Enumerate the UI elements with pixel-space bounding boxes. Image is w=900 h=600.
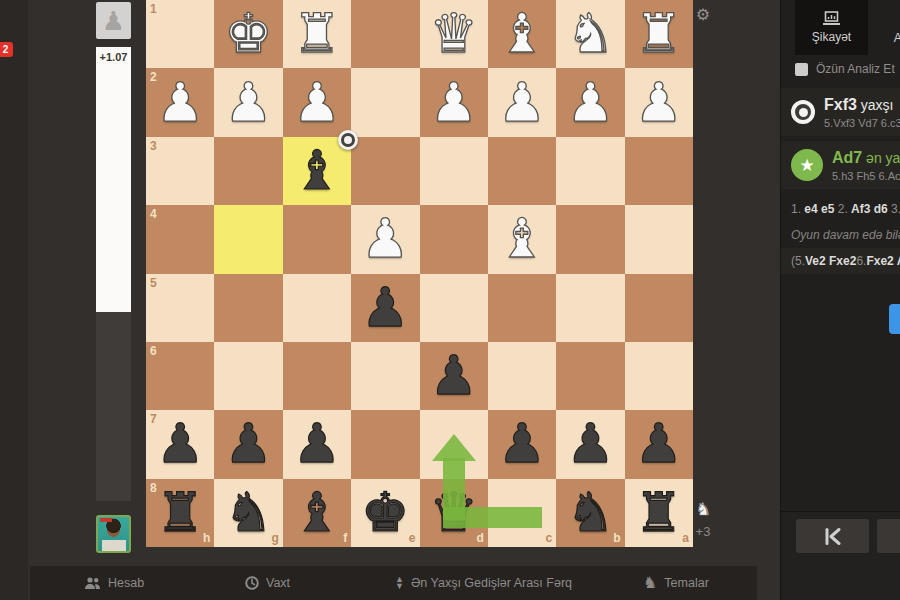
- square-g7[interactable]: ♟: [214, 410, 282, 478]
- toolbar-item-account[interactable]: Hesab: [84, 566, 144, 600]
- continue-button[interactable]: [889, 304, 900, 334]
- piece-white-pawn[interactable]: ♟: [293, 76, 341, 130]
- square-c1[interactable]: ♝: [488, 0, 556, 68]
- square-b1[interactable]: ♞: [556, 0, 624, 68]
- square-g3[interactable]: [214, 137, 282, 205]
- game-review-screen: 2 ♟ +1.07 1♚♜♛♝♞♜2♟♟♟♟♟♟♟3♝4♟♝5♟6♟7♟♟♟♟♟…: [0, 0, 900, 600]
- toolbar-label-best-move-gap: Ən Yaxşı Gedişlər Arası Fərq: [411, 576, 572, 590]
- piece-black-king[interactable]: ♚: [361, 486, 409, 540]
- best-move-arrow-head: [432, 434, 476, 461]
- file-label-c: c: [546, 531, 553, 545]
- square-f4[interactable]: [283, 205, 351, 273]
- tab-report[interactable]: Şikayət: [795, 0, 868, 55]
- tab-analysis-label: Analiz: [894, 31, 900, 45]
- square-f7[interactable]: ♟: [283, 410, 351, 478]
- evaluation-bar: +1.07: [96, 47, 131, 501]
- square-a5[interactable]: [625, 274, 693, 342]
- square-h8[interactable]: 8h♜: [146, 479, 214, 547]
- captured-knight-icon: ♞: [692, 499, 714, 519]
- skip-to-start-icon: [823, 528, 843, 545]
- square-a2[interactable]: ♟: [625, 68, 693, 136]
- played-move-line: 5.Vxf3 Vd7 6.c3: [824, 117, 900, 129]
- square-a6[interactable]: [625, 342, 693, 410]
- piece-white-pawn[interactable]: ♟: [635, 76, 683, 130]
- tab-analysis[interactable]: Analiz: [875, 0, 900, 55]
- evaluation-score: +1.07: [96, 51, 131, 63]
- square-c3[interactable]: [488, 137, 556, 205]
- rank-label-8: 8: [150, 481, 157, 495]
- played-move-row[interactable]: Fxf3 yaxşı 5.Vxf3 Vd7 6.c3: [781, 88, 900, 136]
- game-move-list[interactable]: 1. e4 e5 2. Af3 d6 3. F: [791, 202, 900, 216]
- square-h1[interactable]: 1: [146, 0, 214, 68]
- square-b6[interactable]: [556, 342, 624, 410]
- square-b7[interactable]: ♟: [556, 410, 624, 478]
- file-label-a: a: [682, 531, 689, 545]
- people-icon: [84, 577, 101, 589]
- square-e6[interactable]: [351, 342, 419, 410]
- square-g5[interactable]: [214, 274, 282, 342]
- piece-white-bishop[interactable]: ♝: [498, 7, 546, 61]
- square-f2[interactable]: ♟: [283, 68, 351, 136]
- played-move-qualifier: yaxşı: [857, 97, 894, 113]
- square-h3[interactable]: 3: [146, 137, 214, 205]
- square-e2[interactable]: [351, 68, 419, 136]
- back-one-move-button[interactable]: [877, 519, 900, 553]
- piece-black-pawn[interactable]: ♟: [635, 417, 683, 471]
- square-f1[interactable]: ♜: [283, 0, 351, 68]
- toolbar-label-account: Hesab: [108, 576, 144, 590]
- square-e8[interactable]: e♚: [351, 479, 419, 547]
- self-analysis-label: Özün Analiz Et: [816, 62, 895, 76]
- piece-black-pawn[interactable]: ♟: [156, 417, 204, 471]
- piece-black-rook[interactable]: ♜: [156, 486, 204, 540]
- file-label-b: b: [613, 531, 620, 545]
- player-avatar[interactable]: [96, 515, 131, 553]
- square-e5[interactable]: ♟: [351, 274, 419, 342]
- piece-white-pawn[interactable]: ♟: [566, 76, 614, 130]
- square-d1[interactable]: ♛: [420, 0, 488, 68]
- bottom-toolbar: Hesab Vaxt ▲▼ Ən Yaxşı Gedişlər Arası Fə…: [30, 566, 757, 600]
- best-move-arrow-vertical: [443, 458, 465, 520]
- square-f5[interactable]: [283, 274, 351, 342]
- piece-black-pawn[interactable]: ♟: [498, 417, 546, 471]
- square-c7[interactable]: ♟: [488, 410, 556, 478]
- file-label-e: e: [409, 531, 416, 545]
- square-f6[interactable]: [283, 342, 351, 410]
- square-g6[interactable]: [214, 342, 282, 410]
- material-advantage: +3: [692, 524, 714, 539]
- piece-white-knight[interactable]: ♞: [566, 7, 614, 61]
- continuation-line[interactable]: (5. Ve2 Fxe2 6. Fxe2 A: [781, 248, 900, 274]
- opponent-avatar[interactable]: ♟: [96, 2, 131, 39]
- rank-label-2: 2: [150, 70, 157, 84]
- rank-label-5: 5: [150, 276, 157, 290]
- square-b2[interactable]: ♟: [556, 68, 624, 136]
- self-analysis-row[interactable]: Özün Analiz Et: [795, 62, 895, 76]
- toolbar-item-time[interactable]: Vaxt: [245, 566, 290, 600]
- continuation-note: Oyun davam edə bilər: [791, 228, 900, 242]
- toolbar-item-best-move-gap[interactable]: ▲▼ Ən Yaxşı Gedişlər Arası Fərq: [395, 566, 572, 600]
- square-g2[interactable]: ♟: [214, 68, 282, 136]
- square-h7[interactable]: 7♟: [146, 410, 214, 478]
- rank-label-6: 6: [150, 344, 157, 358]
- square-c2[interactable]: ♟: [488, 68, 556, 136]
- laptop-report-icon: [822, 11, 841, 26]
- go-to-start-button[interactable]: [796, 519, 869, 553]
- chess-board[interactable]: 1♚♜♛♝♞♜2♟♟♟♟♟♟♟3♝4♟♝5♟6♟7♟♟♟♟♟♟8h♜g♞f♝e♚…: [146, 0, 693, 547]
- square-a7[interactable]: ♟: [625, 410, 693, 478]
- square-c6[interactable]: [488, 342, 556, 410]
- piece-black-knight[interactable]: ♞: [224, 486, 272, 540]
- best-move-row[interactable]: ★ Ad7 ən yaxşı 5.h3 Fh5 6.Ac3: [781, 141, 900, 189]
- square-a3[interactable]: [625, 137, 693, 205]
- toolbar-label-themes: Temalar: [664, 576, 708, 590]
- self-analysis-checkbox[interactable]: [795, 63, 808, 76]
- best-move-line: 5.h3 Fh5 6.Ac3: [832, 170, 900, 182]
- piece-black-bishop[interactable]: ♝: [293, 144, 341, 198]
- piece-black-knight[interactable]: ♞: [566, 486, 614, 540]
- square-b4[interactable]: [556, 205, 624, 273]
- square-h2[interactable]: 2♟: [146, 68, 214, 136]
- piece-white-rook[interactable]: ♜: [293, 7, 341, 61]
- square-a4[interactable]: [625, 205, 693, 273]
- panel-footer: [781, 511, 900, 600]
- piece-black-pawn[interactable]: ♟: [429, 349, 477, 403]
- piece-white-queen[interactable]: ♛: [429, 7, 477, 61]
- analysis-panel: Şikayət Analiz Özün Analiz Et Fxf3 yaxşı…: [780, 0, 900, 600]
- square-c4[interactable]: ♝: [488, 205, 556, 273]
- rank-label-4: 4: [150, 207, 157, 221]
- square-b3[interactable]: [556, 137, 624, 205]
- evaluation-bar-white-portion: [96, 47, 131, 312]
- square-e1[interactable]: [351, 0, 419, 68]
- piece-black-rook[interactable]: ♜: [635, 486, 683, 540]
- left-sidebar-strip: [0, 0, 28, 600]
- square-a8[interactable]: a♜: [625, 479, 693, 547]
- piece-white-bishop[interactable]: ♝: [498, 212, 546, 266]
- piece-black-pawn[interactable]: ♟: [224, 417, 272, 471]
- square-e4[interactable]: ♟: [351, 205, 419, 273]
- piece-white-pawn[interactable]: ♟: [361, 212, 409, 266]
- square-d6[interactable]: ♟: [420, 342, 488, 410]
- good-move-badge: [338, 130, 358, 150]
- square-a1[interactable]: ♜: [625, 0, 693, 68]
- square-g4[interactable]: [214, 205, 282, 273]
- square-g1[interactable]: ♚: [214, 0, 282, 68]
- board-settings-gear-icon[interactable]: ⚙: [693, 5, 713, 24]
- rank-label-1: 1: [150, 2, 157, 16]
- played-move: Fxf3: [824, 96, 857, 113]
- piece-white-rook[interactable]: ♜: [635, 7, 683, 61]
- piece-white-pawn[interactable]: ♟: [224, 76, 272, 130]
- best-move-qualifier: ən yaxşı: [862, 150, 900, 166]
- square-d4[interactable]: [420, 205, 488, 273]
- knight-theme-icon: ♞: [643, 575, 657, 591]
- square-e7[interactable]: [351, 410, 419, 478]
- rank-label-7: 7: [150, 412, 157, 426]
- tab-report-label: Şikayət: [812, 30, 851, 44]
- clock-icon: [245, 576, 259, 590]
- square-h5[interactable]: 5: [146, 274, 214, 342]
- piece-black-pawn[interactable]: ♟: [361, 281, 409, 335]
- toolbar-label-time: Vaxt: [266, 576, 290, 590]
- square-h6[interactable]: 6: [146, 342, 214, 410]
- square-b8[interactable]: b♞: [556, 479, 624, 547]
- pawn-avatar-icon: ♟: [102, 8, 125, 34]
- piece-black-pawn[interactable]: ♟: [566, 417, 614, 471]
- square-d2[interactable]: ♟: [420, 68, 488, 136]
- square-b5[interactable]: [556, 274, 624, 342]
- rank-label-3: 3: [150, 139, 157, 153]
- file-label-h: h: [203, 531, 210, 545]
- piece-white-king[interactable]: ♚: [224, 7, 272, 61]
- notification-badge[interactable]: 2: [0, 42, 13, 57]
- file-label-d: d: [477, 531, 484, 545]
- file-label-f: f: [343, 531, 347, 545]
- square-f3[interactable]: ♝: [283, 137, 351, 205]
- square-e3[interactable]: [351, 137, 419, 205]
- piece-black-bishop[interactable]: ♝: [293, 486, 341, 540]
- square-c5[interactable]: [488, 274, 556, 342]
- piece-black-pawn[interactable]: ♟: [293, 417, 341, 471]
- square-d5[interactable]: [420, 274, 488, 342]
- square-f8[interactable]: f♝: [283, 479, 351, 547]
- square-h4[interactable]: 4: [146, 205, 214, 273]
- file-label-g: g: [271, 531, 278, 545]
- best-move-star-icon: ★: [791, 149, 823, 181]
- best-move: Ad7: [832, 149, 862, 166]
- toolbar-item-themes[interactable]: ♞ Temalar: [643, 566, 709, 600]
- good-move-bullseye-icon: [791, 100, 815, 124]
- piece-white-pawn[interactable]: ♟: [156, 76, 204, 130]
- piece-white-pawn[interactable]: ♟: [498, 76, 546, 130]
- square-g8[interactable]: g♞: [214, 479, 282, 547]
- up-down-arrows-icon: ▲▼: [395, 576, 404, 590]
- square-d3[interactable]: [420, 137, 488, 205]
- piece-white-pawn[interactable]: ♟: [429, 76, 477, 130]
